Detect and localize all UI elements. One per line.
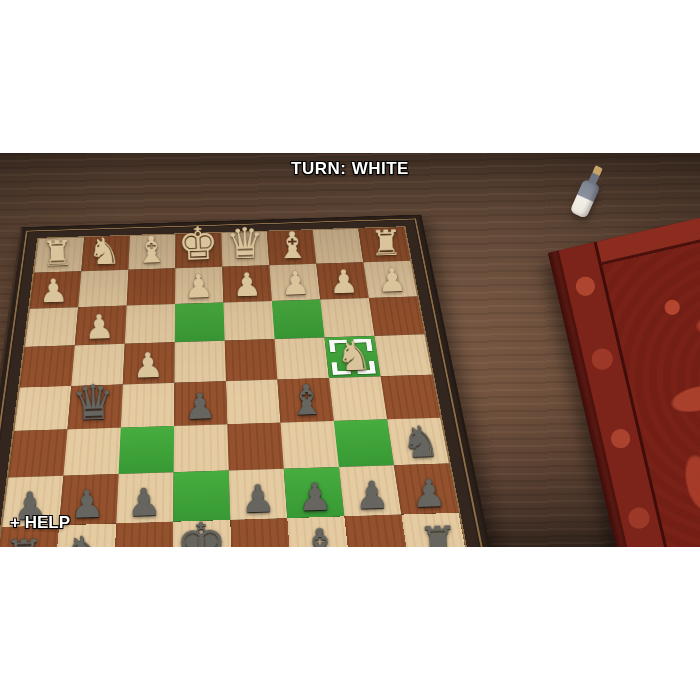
square-d3[interactable] <box>223 301 274 341</box>
square-e5[interactable]: ♟ <box>174 381 227 426</box>
square-a3[interactable] <box>369 296 425 335</box>
square-d7[interactable]: ♟ <box>229 469 288 520</box>
help-button[interactable]: + HELP <box>10 513 70 533</box>
screenshot: ♜♞♝♚♛♝♜♟♟♟♟♟♟♟♟♞♛♟♝♞♟♟♟♟♟♟♟♜♞♚♝♜ TURN: W… <box>0 0 700 700</box>
depth-shading <box>0 227 469 547</box>
square-g2[interactable] <box>78 270 128 307</box>
black-knight[interactable]: ♞ <box>392 419 448 464</box>
white-knight[interactable]: ♞ <box>80 232 128 270</box>
square-b7[interactable]: ♟ <box>339 465 402 516</box>
square-b3[interactable] <box>320 298 374 337</box>
letterbox-top <box>0 0 700 153</box>
white-pawn[interactable]: ♟ <box>122 347 175 383</box>
square-b5[interactable] <box>329 376 387 421</box>
white-pawn[interactable]: ♟ <box>174 269 223 303</box>
white-rook[interactable]: ♜ <box>362 225 410 262</box>
black-pawn[interactable]: ♟ <box>343 475 401 515</box>
square-f4[interactable]: ♟ <box>123 342 175 384</box>
white-pawn[interactable]: ♟ <box>319 265 368 299</box>
square-a8[interactable]: ♜ <box>401 513 468 547</box>
square-g6[interactable] <box>63 428 120 476</box>
square-e6[interactable] <box>174 424 229 472</box>
square-d5[interactable] <box>226 380 281 425</box>
square-c2[interactable]: ♟ <box>269 264 320 301</box>
black-bishop[interactable]: ♝ <box>279 378 334 421</box>
square-a2[interactable]: ♟ <box>363 261 417 298</box>
black-rook[interactable]: ♜ <box>408 520 468 547</box>
square-c6[interactable] <box>281 421 339 469</box>
turn-indicator: TURN: WHITE <box>0 159 700 179</box>
white-bishop[interactable]: ♝ <box>127 230 175 268</box>
square-a4[interactable] <box>374 334 432 376</box>
black-rook[interactable]: ♜ <box>0 533 55 547</box>
black-pawn[interactable]: ♟ <box>173 388 227 425</box>
black-bishop[interactable]: ♝ <box>290 522 351 547</box>
white-knight[interactable]: ♞ <box>328 335 381 377</box>
black-pawn[interactable]: ♟ <box>286 477 344 517</box>
black-king[interactable]: ♚ <box>171 514 232 547</box>
square-e4[interactable] <box>174 341 226 383</box>
square-g4[interactable] <box>71 344 124 386</box>
square-d6[interactable] <box>227 423 284 471</box>
white-rook[interactable]: ♜ <box>33 235 81 272</box>
white-king[interactable]: ♚ <box>174 220 222 267</box>
letterbox-bottom <box>0 547 700 700</box>
square-f6[interactable] <box>119 426 174 474</box>
square-h5[interactable] <box>14 386 71 431</box>
black-pawn[interactable]: ♟ <box>115 482 173 522</box>
white-pawn[interactable]: ♟ <box>74 309 125 344</box>
square-d2[interactable]: ♟ <box>222 265 272 302</box>
square-g1[interactable]: ♞ <box>81 236 130 271</box>
white-pawn[interactable]: ♟ <box>29 274 78 308</box>
game-viewport: ♜♞♝♚♛♝♜♟♟♟♟♟♟♟♟♞♛♟♝♞♟♟♟♟♟♟♟♜♞♚♝♜ TURN: W… <box>0 153 700 547</box>
square-f5[interactable] <box>121 383 175 428</box>
square-d1[interactable]: ♛ <box>221 232 269 267</box>
square-b2[interactable]: ♟ <box>316 262 368 299</box>
white-bishop[interactable]: ♝ <box>268 226 316 264</box>
square-c4[interactable] <box>275 337 329 379</box>
black-pawn[interactable]: ♟ <box>400 473 458 513</box>
square-c1[interactable]: ♝ <box>267 230 316 265</box>
square-d4[interactable] <box>225 339 278 381</box>
square-c3[interactable] <box>272 300 325 340</box>
square-c5[interactable]: ♝ <box>277 378 333 423</box>
square-d8[interactable] <box>230 518 291 547</box>
square-b4[interactable]: ♞ <box>325 336 381 378</box>
square-e1[interactable]: ♚ <box>175 233 222 268</box>
square-f2[interactable] <box>127 268 176 305</box>
square-h4[interactable] <box>20 345 75 387</box>
square-a6[interactable]: ♞ <box>387 418 449 466</box>
square-f3[interactable] <box>125 304 175 344</box>
selection-brackets <box>329 339 376 375</box>
black-queen[interactable]: ♛ <box>66 379 121 429</box>
bottle-body <box>569 179 600 219</box>
square-h3[interactable] <box>25 307 78 347</box>
square-b6[interactable] <box>334 419 394 467</box>
square-e7[interactable] <box>173 471 230 522</box>
board-frame: ♜♞♝♚♛♝♜♟♟♟♟♟♟♟♟♞♛♟♝♞♟♟♟♟♟♟♟♜♞♚♝♜ <box>0 215 498 547</box>
board-grid: ♜♞♝♚♛♝♜♟♟♟♟♟♟♟♟♞♛♟♝♞♟♟♟♟♟♟♟♜♞♚♝♜ <box>0 227 469 547</box>
white-pawn[interactable]: ♟ <box>368 263 417 297</box>
square-a7[interactable]: ♟ <box>394 464 458 515</box>
square-h1[interactable]: ♜ <box>34 237 84 272</box>
square-h2[interactable]: ♟ <box>30 271 82 308</box>
square-e2[interactable]: ♟ <box>175 267 223 304</box>
square-e3[interactable] <box>175 303 225 343</box>
square-a5[interactable] <box>381 375 441 420</box>
square-a1[interactable]: ♜ <box>358 227 410 262</box>
square-f8[interactable] <box>114 522 174 547</box>
square-b8[interactable] <box>344 515 409 547</box>
square-c7[interactable]: ♟ <box>284 467 345 518</box>
square-h6[interactable] <box>8 429 67 477</box>
square-g3[interactable]: ♟ <box>75 306 127 346</box>
square-g5[interactable]: ♛ <box>68 384 123 429</box>
square-e8[interactable]: ♚ <box>173 520 232 547</box>
white-pawn[interactable]: ♟ <box>222 268 271 302</box>
square-b1[interactable] <box>313 229 364 264</box>
black-pawn[interactable]: ♟ <box>229 479 287 519</box>
square-f1[interactable]: ♝ <box>128 234 175 269</box>
square-c8[interactable]: ♝ <box>287 516 350 547</box>
white-queen[interactable]: ♛ <box>221 222 269 266</box>
chess-board: ♜♞♝♚♛♝♜♟♟♟♟♟♟♟♟♞♛♟♝♞♟♟♟♟♟♟♟♜♞♚♝♜ <box>0 215 498 547</box>
white-pawn[interactable]: ♟ <box>271 266 320 300</box>
square-f7[interactable]: ♟ <box>116 472 173 523</box>
